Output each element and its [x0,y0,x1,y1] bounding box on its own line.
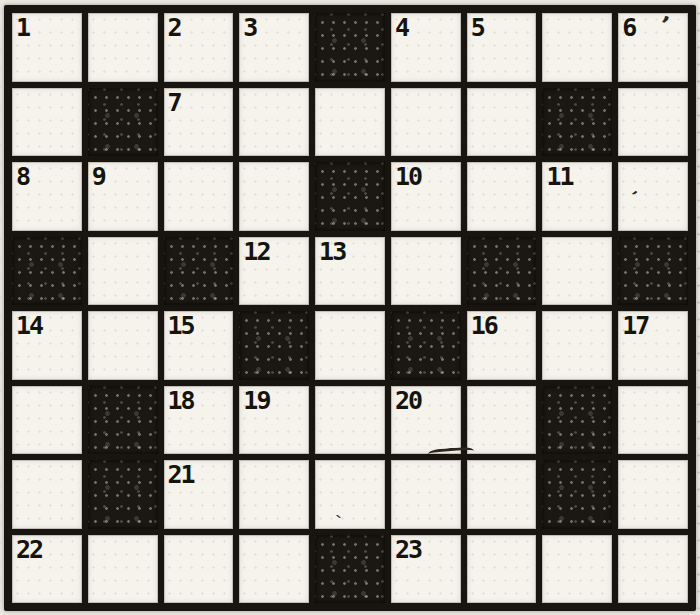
white-cell-r7c5[interactable] [315,460,385,529]
clue-number-16: 16 [471,312,497,340]
white-cell-r2c9[interactable] [618,88,688,157]
white-cell-r4c5[interactable]: 13 [315,237,385,306]
white-cell-r3c4[interactable] [239,162,309,231]
white-cell-r6c4[interactable]: 19 [239,386,309,455]
white-cell-r2c4[interactable] [239,88,309,157]
clue-number-15: 15 [168,312,194,340]
white-cell-r1c8[interactable] [542,13,612,82]
clue-number-11: 11 [546,163,572,191]
clue-number-10: 10 [395,163,421,191]
white-cell-r1c3[interactable]: 2 [164,13,234,82]
white-cell-r8c2[interactable] [88,535,158,604]
white-cell-r7c6[interactable] [391,460,461,529]
white-cell-r5c5[interactable] [315,311,385,380]
clue-number-8: 8 [16,163,29,191]
black-cell-r4c1 [12,237,82,306]
clue-number-3: 3 [243,14,256,42]
white-cell-r2c7[interactable] [467,88,537,157]
white-cell-r7c3[interactable]: 21 [164,460,234,529]
white-cell-r7c1[interactable] [12,460,82,529]
white-cell-r3c3[interactable] [164,162,234,231]
white-cell-r6c3[interactable]: 18 [164,386,234,455]
white-cell-r7c4[interactable] [239,460,309,529]
clue-number-20: 20 [395,387,421,415]
clue-number-22: 22 [16,536,42,564]
white-cell-r2c3[interactable]: 7 [164,88,234,157]
black-cell-r4c3 [164,237,234,306]
black-cell-r4c9 [618,237,688,306]
black-cell-r4c7 [467,237,537,306]
clue-number-19: 19 [243,387,269,415]
white-cell-r8c8[interactable] [542,535,612,604]
black-cell-r2c2 [88,88,158,157]
black-cell-r2c8 [542,88,612,157]
white-cell-r4c4[interactable]: 12 [239,237,309,306]
white-cell-r1c1[interactable]: 1 [12,13,82,82]
white-cell-r3c6[interactable]: 10 [391,162,461,231]
white-cell-r6c9[interactable] [618,386,688,455]
white-cell-r4c2[interactable] [88,237,158,306]
white-cell-r1c9[interactable]: 6 [618,13,688,82]
white-cell-r2c6[interactable] [391,88,461,157]
white-cell-r6c5[interactable] [315,386,385,455]
white-cell-r1c6[interactable]: 4 [391,13,461,82]
black-cell-r6c8 [542,386,612,455]
white-cell-r5c1[interactable]: 14 [12,311,82,380]
clue-number-7: 7 [168,89,181,117]
white-cell-r1c2[interactable] [88,13,158,82]
clue-number-2: 2 [168,14,181,42]
clue-number-14: 14 [16,312,42,340]
black-cell-r1c5 [315,13,385,82]
black-cell-r7c8 [542,460,612,529]
white-cell-r2c5[interactable] [315,88,385,157]
white-cell-r6c1[interactable] [12,386,82,455]
white-cell-r7c9[interactable] [618,460,688,529]
white-cell-r1c7[interactable]: 5 [467,13,537,82]
white-cell-r3c2[interactable]: 9 [88,162,158,231]
black-cell-r5c6 [391,311,461,380]
white-cell-r8c4[interactable] [239,535,309,604]
white-cell-r6c7[interactable] [467,386,537,455]
white-cell-r5c7[interactable]: 16 [467,311,537,380]
black-cell-r7c2 [88,460,158,529]
white-cell-r4c6[interactable] [391,237,461,306]
white-cell-r3c7[interactable] [467,162,537,231]
clue-number-18: 18 [168,387,194,415]
white-cell-r8c7[interactable] [467,535,537,604]
white-cell-r2c1[interactable] [12,88,82,157]
white-cell-r3c1[interactable]: 8 [12,162,82,231]
clue-number-21: 21 [168,461,194,489]
white-cell-r8c9[interactable] [618,535,688,604]
white-cell-r5c9[interactable]: 17 [618,311,688,380]
clue-number-23: 23 [395,536,421,564]
white-cell-r8c3[interactable] [164,535,234,604]
black-cell-r8c5 [315,535,385,604]
white-cell-r3c8[interactable]: 11 [542,162,612,231]
white-cell-r7c7[interactable] [467,460,537,529]
clue-number-13: 13 [319,238,345,266]
white-cell-r8c1[interactable]: 22 [12,535,82,604]
white-cell-r8c6[interactable]: 23 [391,535,461,604]
crossword-board: 1234567891011121314151617181920212223 [4,5,696,611]
white-cell-r6c6[interactable]: 20 [391,386,461,455]
white-cell-r5c3[interactable]: 15 [164,311,234,380]
clue-number-4: 4 [395,14,408,42]
black-cell-r5c4 [239,311,309,380]
white-cell-r1c4[interactable]: 3 [239,13,309,82]
newspaper-scan-page: 1234567891011121314151617181920212223 ’ … [0,0,700,615]
white-cell-r5c2[interactable] [88,311,158,380]
clue-number-12: 12 [243,238,269,266]
black-cell-r3c5 [315,162,385,231]
clue-number-17: 17 [622,312,648,340]
clue-number-6: 6 [622,14,635,42]
clue-number-9: 9 [92,163,105,191]
white-cell-r4c8[interactable] [542,237,612,306]
clue-number-1: 1 [16,14,29,42]
clue-number-5: 5 [471,14,484,42]
white-cell-r5c8[interactable] [542,311,612,380]
black-cell-r6c2 [88,386,158,455]
